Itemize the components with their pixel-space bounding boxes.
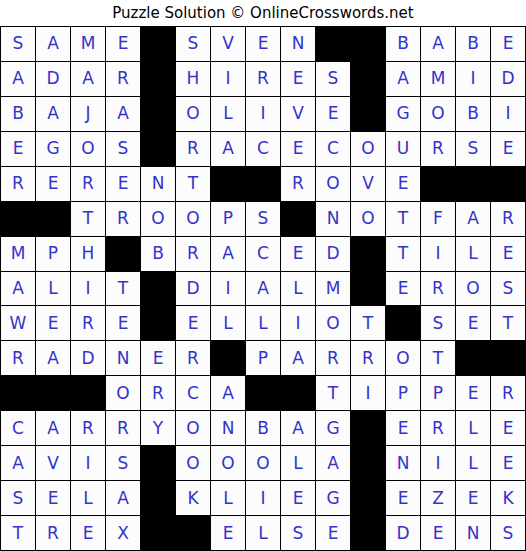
- cell-r4c12: U: [386, 132, 420, 166]
- block-cell-r1c10: [316, 27, 350, 61]
- cell-r8c14: O: [456, 272, 490, 306]
- cell-r6c15: R: [491, 202, 525, 236]
- cell-r12c2: A: [36, 411, 70, 445]
- cell-r3c7: L: [211, 97, 245, 131]
- cell-r5c1: R: [1, 167, 35, 201]
- cell-r8c15: S: [491, 272, 525, 306]
- block-cell-r12c11: [351, 411, 385, 445]
- page-title: Puzzle Solution © OnlineCrosswords.net: [0, 0, 526, 26]
- cell-r11c12: P: [386, 376, 420, 410]
- block-cell-r5c15: [491, 167, 525, 201]
- block-cell-r6c1: [1, 202, 35, 236]
- cell-r8c13: R: [421, 272, 455, 306]
- cell-r1c12: B: [386, 27, 420, 61]
- cell-r14c14: E: [456, 481, 490, 515]
- block-cell-r3c5: [141, 97, 175, 131]
- cell-r7c5: B: [141, 237, 175, 271]
- cell-r14c7: L: [211, 481, 245, 515]
- block-cell-r11c3: [71, 376, 105, 410]
- cell-r14c8: I: [246, 481, 280, 515]
- cell-r12c8: B: [246, 411, 280, 445]
- cell-r3c15: I: [491, 97, 525, 131]
- cell-r9c8: L: [246, 306, 280, 340]
- cell-r7c9: E: [281, 237, 315, 271]
- cell-r2c13: M: [421, 62, 455, 96]
- cell-r4c8: C: [246, 132, 280, 166]
- cell-r15c10: E: [316, 516, 350, 550]
- cell-r4c4: S: [106, 132, 140, 166]
- cell-r15c1: T: [1, 516, 35, 550]
- block-cell-r14c5: [141, 481, 175, 515]
- cell-r1c8: E: [246, 27, 280, 61]
- cell-r10c9: A: [281, 341, 315, 375]
- cell-r9c1: W: [1, 306, 35, 340]
- cell-r9c13: S: [421, 306, 455, 340]
- block-cell-r11c2: [36, 376, 70, 410]
- block-cell-r2c5: [141, 62, 175, 96]
- cell-r6c6: O: [176, 202, 210, 236]
- cell-r14c10: G: [316, 481, 350, 515]
- cell-r8c7: I: [211, 272, 245, 306]
- cell-r1c13: A: [421, 27, 455, 61]
- cell-r13c9: L: [281, 446, 315, 480]
- cell-r10c5: E: [141, 341, 175, 375]
- cell-r4c13: R: [421, 132, 455, 166]
- cell-r12c10: G: [316, 411, 350, 445]
- cell-r4c3: O: [71, 132, 105, 166]
- cell-r9c3: R: [71, 306, 105, 340]
- cell-r13c14: L: [456, 446, 490, 480]
- cell-r10c10: R: [316, 341, 350, 375]
- block-cell-r15c6: [176, 516, 210, 550]
- block-cell-r6c9: [281, 202, 315, 236]
- block-cell-r5c7: [211, 167, 245, 201]
- cell-r14c2: E: [36, 481, 70, 515]
- cell-r15c9: S: [281, 516, 315, 550]
- cell-r2c9: E: [281, 62, 315, 96]
- cell-r2c1: A: [1, 62, 35, 96]
- cell-r6c8: S: [246, 202, 280, 236]
- cell-r5c6: T: [176, 167, 210, 201]
- cell-r4c1: E: [1, 132, 35, 166]
- cell-r6c7: P: [211, 202, 245, 236]
- cell-r13c13: I: [421, 446, 455, 480]
- cell-r9c10: O: [316, 306, 350, 340]
- cell-r12c13: R: [421, 411, 455, 445]
- cell-r11c7: A: [211, 376, 245, 410]
- cell-r10c8: P: [246, 341, 280, 375]
- block-cell-r15c11: [351, 516, 385, 550]
- cell-r1c2: A: [36, 27, 70, 61]
- cell-r2c4: R: [106, 62, 140, 96]
- block-cell-r7c4: [106, 237, 140, 271]
- cell-r8c9: L: [281, 272, 315, 306]
- cell-r1c4: E: [106, 27, 140, 61]
- puzzle-solution-page: Puzzle Solution © OnlineCrosswords.net S…: [0, 0, 526, 551]
- cell-r4c7: A: [211, 132, 245, 166]
- cell-r9c14: E: [456, 306, 490, 340]
- block-cell-r6c2: [36, 202, 70, 236]
- cell-r14c9: E: [281, 481, 315, 515]
- cell-r5c3: R: [71, 167, 105, 201]
- block-cell-r10c14: [456, 341, 490, 375]
- block-cell-r13c11: [351, 446, 385, 480]
- crossword-grid: SAMESVENBABEADARHIRESAMIDBAJAOLIVEGOBIEG…: [0, 26, 526, 551]
- cell-r2c3: A: [71, 62, 105, 96]
- cell-r14c13: Z: [421, 481, 455, 515]
- cell-r4c14: S: [456, 132, 490, 166]
- cell-r15c2: R: [36, 516, 70, 550]
- cell-r12c7: N: [211, 411, 245, 445]
- cell-r13c8: O: [246, 446, 280, 480]
- cell-r12c15: E: [491, 411, 525, 445]
- cell-r12c6: O: [176, 411, 210, 445]
- cell-r3c2: A: [36, 97, 70, 131]
- cell-r6c14: A: [456, 202, 490, 236]
- cell-r11c5: R: [141, 376, 175, 410]
- cell-r4c9: E: [281, 132, 315, 166]
- block-cell-r14c11: [351, 481, 385, 515]
- cell-r14c12: E: [386, 481, 420, 515]
- cell-r11c6: C: [176, 376, 210, 410]
- cell-r6c12: T: [386, 202, 420, 236]
- cell-r5c9: R: [281, 167, 315, 201]
- cell-r3c4: A: [106, 97, 140, 131]
- cell-r13c15: E: [491, 446, 525, 480]
- cell-r1c7: V: [211, 27, 245, 61]
- cell-r7c1: M: [1, 237, 35, 271]
- cell-r14c3: L: [71, 481, 105, 515]
- cell-r1c9: N: [281, 27, 315, 61]
- cell-r1c6: S: [176, 27, 210, 61]
- cell-r3c6: O: [176, 97, 210, 131]
- cell-r8c2: L: [36, 272, 70, 306]
- block-cell-r3c11: [351, 97, 385, 131]
- cell-r4c11: O: [351, 132, 385, 166]
- block-cell-r8c11: [351, 272, 385, 306]
- cell-r11c14: E: [456, 376, 490, 410]
- cell-r8c1: A: [1, 272, 35, 306]
- cell-r8c6: D: [176, 272, 210, 306]
- cell-r3c8: I: [246, 97, 280, 131]
- block-cell-r5c13: [421, 167, 455, 201]
- cell-r5c10: O: [316, 167, 350, 201]
- cell-r10c6: R: [176, 341, 210, 375]
- cell-r5c5: N: [141, 167, 175, 201]
- block-cell-r11c8: [246, 376, 280, 410]
- cell-r2c2: D: [36, 62, 70, 96]
- cell-r15c7: E: [211, 516, 245, 550]
- cell-r11c13: P: [421, 376, 455, 410]
- cell-r12c5: Y: [141, 411, 175, 445]
- cell-r13c3: I: [71, 446, 105, 480]
- cell-r8c8: A: [246, 272, 280, 306]
- cell-r13c6: O: [176, 446, 210, 480]
- cell-r2c7: I: [211, 62, 245, 96]
- cell-r7c6: R: [176, 237, 210, 271]
- cell-r14c6: K: [176, 481, 210, 515]
- cell-r12c1: C: [1, 411, 35, 445]
- cell-r5c12: E: [386, 167, 420, 201]
- cell-r5c11: V: [351, 167, 385, 201]
- cell-r3c10: E: [316, 97, 350, 131]
- block-cell-r4c5: [141, 132, 175, 166]
- cell-r14c4: A: [106, 481, 140, 515]
- cell-r6c3: T: [71, 202, 105, 236]
- cell-r10c12: O: [386, 341, 420, 375]
- cell-r7c15: E: [491, 237, 525, 271]
- cell-r7c12: T: [386, 237, 420, 271]
- block-cell-r7c11: [351, 237, 385, 271]
- cell-r15c8: L: [246, 516, 280, 550]
- cell-r9c9: I: [281, 306, 315, 340]
- cell-r2c8: R: [246, 62, 280, 96]
- cell-r3c1: B: [1, 97, 35, 131]
- block-cell-r13c5: [141, 446, 175, 480]
- cell-r10c2: A: [36, 341, 70, 375]
- block-cell-r15c5: [141, 516, 175, 550]
- cell-r1c3: M: [71, 27, 105, 61]
- cell-r8c4: T: [106, 272, 140, 306]
- cell-r1c1: S: [1, 27, 35, 61]
- cell-r4c6: R: [176, 132, 210, 166]
- cell-r3c13: O: [421, 97, 455, 131]
- cell-r8c10: M: [316, 272, 350, 306]
- cell-r7c14: L: [456, 237, 490, 271]
- cell-r6c11: O: [351, 202, 385, 236]
- cell-r6c13: F: [421, 202, 455, 236]
- block-cell-r11c9: [281, 376, 315, 410]
- cell-r15c12: D: [386, 516, 420, 550]
- block-cell-r9c5: [141, 306, 175, 340]
- cell-r13c2: V: [36, 446, 70, 480]
- block-cell-r5c14: [456, 167, 490, 201]
- cell-r15c14: N: [456, 516, 490, 550]
- cell-r13c7: O: [211, 446, 245, 480]
- cell-r9c11: T: [351, 306, 385, 340]
- cell-r8c12: E: [386, 272, 420, 306]
- cell-r15c3: E: [71, 516, 105, 550]
- cell-r11c15: R: [491, 376, 525, 410]
- cell-r6c4: R: [106, 202, 140, 236]
- block-cell-r1c5: [141, 27, 175, 61]
- cell-r15c13: E: [421, 516, 455, 550]
- cell-r2c12: A: [386, 62, 420, 96]
- cell-r3c3: J: [71, 97, 105, 131]
- cell-r13c4: S: [106, 446, 140, 480]
- cell-r5c2: E: [36, 167, 70, 201]
- cell-r1c14: B: [456, 27, 490, 61]
- cell-r9c4: E: [106, 306, 140, 340]
- block-cell-r11c1: [1, 376, 35, 410]
- cell-r10c13: T: [421, 341, 455, 375]
- cell-r2c15: D: [491, 62, 525, 96]
- cell-r10c3: D: [71, 341, 105, 375]
- cell-r12c12: E: [386, 411, 420, 445]
- cell-r3c9: V: [281, 97, 315, 131]
- cell-r6c5: O: [141, 202, 175, 236]
- cell-r7c13: I: [421, 237, 455, 271]
- cell-r11c4: O: [106, 376, 140, 410]
- cell-r12c9: A: [281, 411, 315, 445]
- cell-r2c14: I: [456, 62, 490, 96]
- cell-r13c10: A: [316, 446, 350, 480]
- cell-r3c14: B: [456, 97, 490, 131]
- cell-r1c15: E: [491, 27, 525, 61]
- cell-r7c8: C: [246, 237, 280, 271]
- cell-r10c4: N: [106, 341, 140, 375]
- cell-r7c2: P: [36, 237, 70, 271]
- cell-r12c3: R: [71, 411, 105, 445]
- cell-r13c1: A: [1, 446, 35, 480]
- cell-r15c4: X: [106, 516, 140, 550]
- block-cell-r1c11: [351, 27, 385, 61]
- cell-r6c10: N: [316, 202, 350, 236]
- block-cell-r10c15: [491, 341, 525, 375]
- cell-r12c4: R: [106, 411, 140, 445]
- block-cell-r9c12: [386, 306, 420, 340]
- cell-r12c14: L: [456, 411, 490, 445]
- block-cell-r5c8: [246, 167, 280, 201]
- cell-r13c12: N: [386, 446, 420, 480]
- cell-r14c15: K: [491, 481, 525, 515]
- cell-r9c7: L: [211, 306, 245, 340]
- cell-r7c7: A: [211, 237, 245, 271]
- cell-r2c6: H: [176, 62, 210, 96]
- cell-r10c1: R: [1, 341, 35, 375]
- cell-r2c10: S: [316, 62, 350, 96]
- cell-r7c10: D: [316, 237, 350, 271]
- cell-r4c2: G: [36, 132, 70, 166]
- cell-r8c3: I: [71, 272, 105, 306]
- cell-r10c11: R: [351, 341, 385, 375]
- cell-r5c4: E: [106, 167, 140, 201]
- cell-r11c10: T: [316, 376, 350, 410]
- cell-r15c15: S: [491, 516, 525, 550]
- block-cell-r10c7: [211, 341, 245, 375]
- cell-r9c2: E: [36, 306, 70, 340]
- block-cell-r2c11: [351, 62, 385, 96]
- block-cell-r8c5: [141, 272, 175, 306]
- cell-r9c6: E: [176, 306, 210, 340]
- cell-r14c1: S: [1, 481, 35, 515]
- cell-r4c15: E: [491, 132, 525, 166]
- cell-r9c15: T: [491, 306, 525, 340]
- cell-r7c3: H: [71, 237, 105, 271]
- cell-r3c12: G: [386, 97, 420, 131]
- cell-r4c10: C: [316, 132, 350, 166]
- cell-r11c11: I: [351, 376, 385, 410]
